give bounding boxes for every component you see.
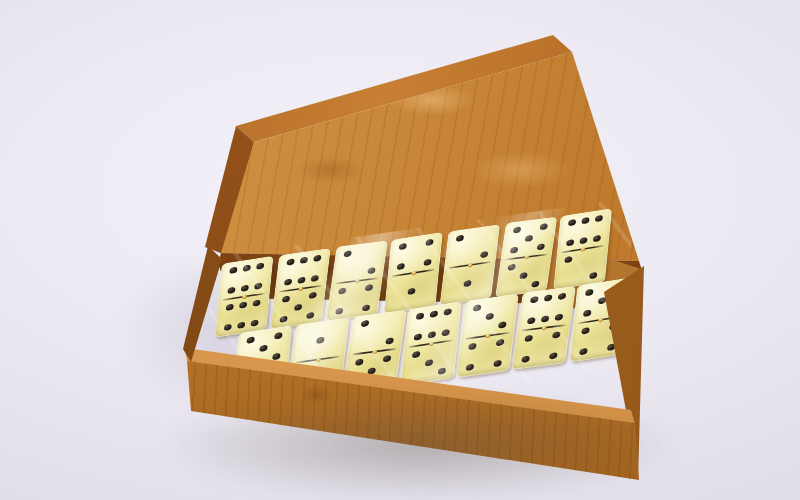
pip (306, 312, 314, 319)
pip (595, 215, 603, 222)
pip (463, 280, 471, 287)
pip (480, 251, 488, 258)
pip (493, 359, 502, 367)
pip (519, 272, 528, 279)
pip (583, 309, 592, 317)
pip (443, 308, 452, 316)
pip (256, 263, 264, 270)
pip (581, 217, 589, 224)
pip (343, 250, 352, 257)
pip (338, 288, 347, 295)
pip (425, 359, 434, 367)
pip (530, 296, 539, 303)
domino-tile-2-1[interactable] (439, 224, 500, 306)
pip (241, 284, 249, 291)
pip (498, 321, 507, 329)
pip (466, 363, 475, 371)
tile-half-2 (348, 310, 407, 354)
pip (309, 292, 317, 299)
pip (399, 243, 407, 250)
pip (224, 323, 232, 330)
pip (423, 258, 431, 265)
pip (297, 276, 305, 283)
tile-half-6 (517, 287, 576, 331)
pip (566, 239, 574, 246)
pip (564, 256, 572, 263)
domino-tile-3-4[interactable] (456, 294, 519, 378)
tile-half-5 (501, 217, 558, 259)
domino-tile-2-4[interactable] (326, 240, 388, 321)
pip (531, 280, 540, 287)
pip (541, 315, 550, 322)
pip (246, 337, 255, 345)
pip (300, 257, 308, 264)
pip (579, 348, 588, 356)
pip (252, 300, 260, 307)
domino-tile-6-3[interactable] (400, 301, 461, 386)
pip (485, 313, 494, 321)
pip (581, 327, 590, 335)
pip (286, 259, 294, 266)
pip (229, 267, 237, 274)
tile-half-1 (291, 318, 349, 362)
pip (558, 293, 567, 300)
pip (589, 272, 597, 279)
pip (524, 335, 533, 342)
pip (311, 274, 319, 281)
pip (510, 246, 519, 253)
pip (367, 367, 376, 374)
pip (226, 304, 234, 311)
tile-half-6 (275, 249, 331, 292)
pip (525, 235, 534, 242)
pip (367, 267, 376, 274)
pip (539, 223, 548, 230)
pip (237, 321, 245, 328)
pip (313, 255, 321, 262)
pip (593, 235, 601, 242)
pip (385, 337, 394, 344)
domino-tile-5-3[interactable] (495, 217, 557, 298)
pip (568, 219, 576, 226)
pip (227, 286, 235, 293)
pip (527, 317, 536, 324)
pip (521, 355, 530, 362)
pip (468, 343, 477, 351)
pip (414, 333, 423, 341)
pip (473, 305, 482, 313)
tile-half-3 (461, 294, 519, 338)
domino-tile-6-5[interactable] (270, 248, 331, 330)
pip (555, 313, 564, 320)
pip (441, 329, 450, 337)
pip (496, 339, 505, 347)
pip (254, 282, 262, 289)
pip (239, 302, 247, 309)
pip (355, 359, 364, 366)
pip (412, 351, 421, 359)
pip (243, 265, 251, 272)
tile-half-4 (512, 325, 571, 369)
pip (438, 367, 447, 375)
pip (365, 284, 374, 291)
domino-tile-6-2[interactable] (553, 208, 612, 290)
pip (416, 313, 425, 321)
pip (537, 243, 546, 250)
pip (425, 239, 433, 246)
pip (397, 263, 405, 270)
pip (272, 352, 281, 360)
tile-half-2 (331, 241, 388, 283)
domino-tile-6-6[interactable] (214, 256, 273, 338)
pip (316, 337, 325, 345)
pip (284, 278, 292, 285)
pip (456, 235, 464, 242)
pip (579, 237, 587, 244)
pip (335, 307, 344, 314)
pip (513, 227, 522, 234)
pip (282, 296, 290, 303)
domino-tile-6-4[interactable] (512, 286, 577, 370)
pip (428, 331, 437, 339)
domino-tile-4-1[interactable] (384, 232, 443, 314)
pip (294, 304, 302, 311)
pip (383, 355, 392, 362)
pip (507, 264, 516, 271)
pip (274, 332, 283, 340)
pip (361, 320, 370, 327)
pip (552, 331, 561, 338)
box-cast-shadow (160, 390, 680, 500)
pip (549, 352, 558, 359)
pip (362, 304, 371, 311)
pip (250, 319, 258, 326)
tile-half-2 (444, 225, 500, 268)
pip (544, 295, 553, 302)
photo-stage (0, 0, 800, 500)
pip (585, 289, 594, 297)
pip (430, 311, 439, 319)
pip (407, 288, 415, 295)
pip (279, 315, 287, 322)
pip (259, 345, 268, 353)
